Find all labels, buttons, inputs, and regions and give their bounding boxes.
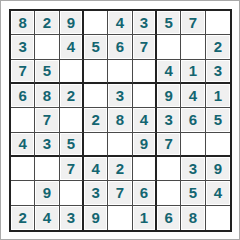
digit: 9 [43, 185, 51, 200]
digit: 1 [214, 88, 222, 103]
digit: 3 [18, 39, 26, 54]
cell-r6c9[interactable] [206, 133, 230, 157]
given-tile: 7 [182, 12, 203, 33]
cell-r2c6[interactable]: 7 [133, 35, 157, 59]
cell-r3c7[interactable]: 4 [157, 60, 181, 84]
digit: 8 [116, 112, 124, 127]
digit: 7 [164, 136, 172, 151]
digit: 9 [67, 15, 75, 30]
digit: 3 [116, 88, 124, 103]
digit: 5 [189, 185, 197, 200]
empty-tile [109, 61, 130, 81]
cell-r2c8[interactable] [181, 35, 205, 59]
digit: 3 [140, 15, 148, 30]
given-tile: 5 [85, 36, 106, 57]
given-tile: 4 [158, 61, 179, 81]
digit: 5 [43, 63, 51, 78]
empty-tile [207, 12, 229, 33]
cell-r2c1[interactable]: 3 [11, 35, 35, 59]
digit: 2 [91, 112, 99, 127]
cell-r5c3[interactable] [60, 108, 84, 132]
digit: 4 [164, 63, 172, 78]
cell-r7c2[interactable] [35, 157, 59, 181]
digit: 2 [214, 39, 222, 54]
cell-r6c8[interactable] [181, 133, 205, 157]
empty-tile [134, 158, 154, 179]
digit: 5 [67, 136, 75, 151]
cell-r7c8[interactable]: 3 [181, 157, 205, 181]
given-tile: 2 [85, 109, 106, 130]
digit: 2 [116, 161, 124, 176]
given-tile: 1 [207, 85, 229, 106]
given-tile: 5 [36, 61, 57, 81]
cell-r5c2[interactable]: 7 [35, 108, 59, 132]
cell-r1c3[interactable]: 9 [60, 11, 84, 35]
empty-tile [61, 182, 81, 203]
digit: 6 [189, 112, 197, 127]
digit: 4 [18, 136, 26, 151]
cell-r4c2[interactable]: 8 [35, 84, 59, 108]
digit: 9 [140, 136, 148, 151]
empty-tile [182, 36, 203, 57]
empty-tile [61, 61, 81, 81]
given-tile: 4 [207, 182, 229, 203]
digit: 9 [164, 88, 172, 103]
digit: 4 [214, 185, 222, 200]
empty-tile [85, 134, 106, 154]
cell-r6c2[interactable]: 3 [35, 133, 59, 157]
digit: 3 [189, 161, 197, 176]
digit: 7 [43, 112, 51, 127]
cell-r8c1[interactable] [11, 181, 35, 205]
cell-r8c8[interactable]: 5 [181, 181, 205, 205]
cell-r1c7[interactable]: 5 [157, 11, 181, 35]
cell-r9c5[interactable] [108, 206, 132, 230]
cell-r7c1[interactable] [11, 157, 35, 181]
digit: 4 [189, 88, 197, 103]
digit: 4 [91, 161, 99, 176]
digit: 5 [91, 39, 99, 54]
cell-r7c6[interactable] [133, 157, 157, 181]
cell-r3c8[interactable]: 1 [181, 60, 205, 84]
given-tile: 2 [12, 207, 33, 229]
cell-r9c2[interactable]: 4 [35, 206, 59, 230]
cell-r4c1[interactable]: 6 [11, 84, 35, 108]
given-tile: 6 [158, 207, 179, 229]
cell-r4c7[interactable]: 9 [157, 84, 181, 108]
empty-tile [182, 134, 203, 154]
cell-r2c2[interactable] [35, 35, 59, 59]
cell-r1c9[interactable] [206, 11, 230, 35]
given-tile: 5 [182, 182, 203, 203]
given-tile: 4 [36, 207, 57, 229]
cell-r8c6[interactable]: 6 [133, 181, 157, 205]
cell-r4c3[interactable]: 2 [60, 84, 84, 108]
digit: 1 [189, 63, 197, 78]
given-tile: 4 [12, 134, 33, 154]
digit: 4 [43, 210, 51, 225]
cell-r9c4[interactable]: 9 [84, 206, 108, 230]
cell-r5c7[interactable]: 3 [157, 108, 181, 132]
digit: 8 [189, 210, 197, 225]
empty-tile [158, 182, 179, 203]
cell-r4c8[interactable]: 4 [181, 84, 205, 108]
digit: 3 [67, 210, 75, 225]
cell-r4c4[interactable] [84, 84, 108, 108]
given-tile: 4 [134, 109, 154, 130]
cell-r5c1[interactable] [11, 108, 35, 132]
cell-r3c9[interactable]: 3 [206, 60, 230, 84]
cell-r7c5[interactable]: 2 [108, 157, 132, 181]
digit: 2 [43, 15, 51, 30]
digit: 3 [91, 185, 99, 200]
empty-tile [109, 207, 130, 229]
empty-tile [12, 182, 33, 203]
given-tile: 7 [158, 134, 179, 154]
cell-r6c3[interactable]: 5 [60, 133, 84, 157]
digit: 5 [214, 112, 222, 127]
given-tile: 6 [182, 109, 203, 130]
digit: 4 [67, 39, 75, 54]
cell-r8c7[interactable] [157, 181, 181, 205]
empty-tile [158, 36, 179, 57]
cell-r5c8[interactable]: 6 [181, 108, 205, 132]
sudoku-board: 8294357345672754136823941728436543597742… [9, 9, 232, 232]
given-tile: 4 [182, 85, 203, 106]
cell-r3c1[interactable]: 7 [11, 60, 35, 84]
empty-tile [158, 158, 179, 179]
given-tile: 3 [182, 158, 203, 179]
digit: 7 [18, 63, 26, 78]
digit: 9 [214, 161, 222, 176]
empty-tile [85, 61, 106, 81]
cell-r1c8[interactable]: 7 [181, 11, 205, 35]
cell-r4c9[interactable]: 1 [206, 84, 230, 108]
cell-r3c5[interactable] [108, 60, 132, 84]
cell-r7c7[interactable] [157, 157, 181, 181]
cell-r3c3[interactable] [60, 60, 84, 84]
given-tile: 7 [109, 182, 130, 203]
cell-r2c9[interactable]: 2 [206, 35, 230, 59]
cell-r1c6[interactable]: 3 [133, 11, 157, 35]
empty-tile [36, 158, 57, 179]
given-tile: 9 [134, 134, 154, 154]
cell-r1c5[interactable]: 4 [108, 11, 132, 35]
given-tile: 3 [36, 134, 57, 154]
empty-tile [207, 134, 229, 154]
given-tile: 3 [207, 61, 229, 81]
digit: 4 [140, 112, 148, 127]
empty-tile [12, 109, 33, 130]
cell-r4c6[interactable] [133, 84, 157, 108]
given-tile: 2 [61, 85, 81, 106]
given-tile: 9 [158, 85, 179, 106]
digit: 6 [164, 210, 172, 225]
empty-tile [109, 134, 130, 154]
given-tile: 6 [134, 182, 154, 203]
digit: 5 [164, 15, 172, 30]
given-tile: 4 [61, 36, 81, 57]
given-tile: 9 [61, 12, 81, 33]
digit: 3 [43, 136, 51, 151]
digit: 8 [43, 88, 51, 103]
cell-r9c1[interactable]: 2 [11, 206, 35, 230]
cell-r7c3[interactable]: 7 [60, 157, 84, 181]
given-tile: 5 [207, 109, 229, 130]
given-tile: 1 [182, 61, 203, 81]
cell-r8c3[interactable] [60, 181, 84, 205]
cell-r9c8[interactable]: 8 [181, 206, 205, 230]
cell-r7c4[interactable]: 4 [84, 157, 108, 181]
cell-r9c3[interactable]: 3 [60, 206, 84, 230]
digit: 7 [67, 161, 75, 176]
given-tile: 6 [12, 85, 33, 106]
cell-r9c6[interactable]: 1 [133, 206, 157, 230]
given-tile: 9 [85, 207, 106, 229]
digit: 2 [67, 88, 75, 103]
cell-r8c4[interactable]: 3 [84, 181, 108, 205]
cell-r8c9[interactable]: 4 [206, 181, 230, 205]
cell-r5c9[interactable]: 5 [206, 108, 230, 132]
cell-r7c9[interactable]: 9 [206, 157, 230, 181]
empty-tile [85, 12, 106, 33]
cell-r8c2[interactable]: 9 [35, 181, 59, 205]
digit: 3 [214, 63, 222, 78]
cell-r6c1[interactable]: 4 [11, 133, 35, 157]
cell-r2c4[interactable]: 5 [84, 35, 108, 59]
digit: 6 [18, 88, 26, 103]
empty-tile [61, 109, 81, 130]
given-tile: 4 [85, 158, 106, 179]
given-tile: 4 [109, 12, 130, 33]
cell-r1c1[interactable]: 8 [11, 11, 35, 35]
given-tile: 3 [134, 12, 154, 33]
empty-tile [134, 61, 154, 81]
given-tile: 5 [158, 12, 179, 33]
sudoku-page: 8294357345672754136823941728436543597742… [0, 0, 240, 240]
digit: 7 [116, 185, 124, 200]
given-tile: 3 [109, 85, 130, 106]
digit: 9 [91, 210, 99, 225]
digit: 4 [116, 15, 124, 30]
given-tile: 2 [36, 12, 57, 33]
cell-r3c2[interactable]: 5 [35, 60, 59, 84]
given-tile: 7 [12, 61, 33, 81]
digit: 3 [164, 112, 172, 127]
cell-r8c5[interactable]: 7 [108, 181, 132, 205]
given-tile: 5 [61, 134, 81, 154]
digit: 6 [116, 39, 124, 54]
given-tile: 6 [109, 36, 130, 57]
empty-tile [12, 158, 33, 179]
empty-tile [134, 85, 154, 106]
cell-r9c7[interactable]: 6 [157, 206, 181, 230]
cell-r5c4[interactable]: 2 [84, 108, 108, 132]
cell-r1c4[interactable] [84, 11, 108, 35]
cell-r2c5[interactable]: 6 [108, 35, 132, 59]
cell-r4c5[interactable]: 3 [108, 84, 132, 108]
given-tile: 3 [61, 207, 81, 229]
digit: 6 [140, 185, 148, 200]
digit: 7 [189, 15, 197, 30]
given-tile: 3 [12, 36, 33, 57]
given-tile: 2 [207, 36, 229, 57]
given-tile: 7 [134, 36, 154, 57]
cell-r5c5[interactable]: 8 [108, 108, 132, 132]
digit: 2 [18, 210, 26, 225]
cell-r2c7[interactable] [157, 35, 181, 59]
given-tile: 8 [12, 12, 33, 33]
cell-r9c9[interactable] [206, 206, 230, 230]
given-tile: 8 [182, 207, 203, 229]
digit: 7 [140, 39, 148, 54]
given-tile: 8 [36, 85, 57, 106]
cell-r6c4[interactable] [84, 133, 108, 157]
cell-r3c4[interactable] [84, 60, 108, 84]
given-tile: 7 [61, 158, 81, 179]
cell-r3c6[interactable] [133, 60, 157, 84]
digit: 1 [140, 210, 148, 225]
empty-tile [85, 85, 106, 106]
cell-r1c2[interactable]: 2 [35, 11, 59, 35]
cell-r6c7[interactable]: 7 [157, 133, 181, 157]
given-tile: 9 [36, 182, 57, 203]
given-tile: 3 [158, 109, 179, 130]
given-tile: 7 [36, 109, 57, 130]
given-tile: 1 [134, 207, 154, 229]
given-tile: 9 [207, 158, 229, 179]
empty-tile [207, 207, 229, 229]
given-tile: 8 [109, 109, 130, 130]
digit: 8 [18, 15, 26, 30]
cell-r5c6[interactable]: 4 [133, 108, 157, 132]
given-tile: 2 [109, 158, 130, 179]
cell-r2c3[interactable]: 4 [60, 35, 84, 59]
empty-tile [36, 36, 57, 57]
given-tile: 3 [85, 182, 106, 203]
cell-r6c6[interactable]: 9 [133, 133, 157, 157]
cell-r6c5[interactable] [108, 133, 132, 157]
